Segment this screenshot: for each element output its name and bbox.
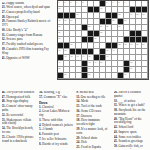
grid-cell[interactable] [124,55,129,60]
black-square [106,13,111,18]
grid-cell[interactable]: 28 [100,31,105,36]
black-square [82,73,87,78]
grid-cell[interactable] [64,61,69,66]
cell-number: 50 [100,61,102,63]
cell-number: 34 [130,43,132,45]
clue-number: 19. [76,127,81,131]
clue-column-3: 9. Media deal11. One needing to file14. … [76,91,111,149]
grid-cell[interactable] [112,7,117,12]
grid-cell[interactable] [100,13,105,18]
grid-cell[interactable] [118,61,123,66]
cell-number: 21 [124,19,126,21]
clue-item: 40. "Big Heart" of the wrestling ring [114,118,149,126]
clue-number: 23. [2,5,7,9]
clue-column-1: 46. 100-year-old wonders47. Homogenized … [2,91,37,149]
black-square [112,13,117,18]
grid-cell[interactable] [94,13,99,18]
grid-cell[interactable] [112,25,117,30]
grid-cell[interactable] [118,37,123,42]
clue-item: 8. Hairdo of icy winds [39,143,74,147]
grid-cell[interactable] [64,67,69,72]
cell-number: 26 [118,25,120,27]
clue-item: 55. Classic 1950s picture found in a dat… [2,136,37,144]
grid-cell[interactable] [94,25,99,30]
grid-cell[interactable] [130,49,135,54]
grid-cell[interactable]: 53 [88,67,93,72]
grid-cell[interactable]: 45 [88,55,93,60]
grid-cell[interactable] [124,25,129,30]
grid-cell[interactable] [76,31,81,36]
clue-number: 7. [39,137,42,141]
grid-cell[interactable] [94,43,99,48]
cell-number: 24 [100,25,102,27]
black-square [88,31,93,36]
grid-cell[interactable] [130,55,135,60]
black-square [88,7,93,12]
cell-number: 32 [118,43,120,45]
cell-number: 42 [70,55,72,57]
grid-cell[interactable]: 17 [58,19,63,24]
grid-cell[interactable] [112,67,117,72]
cell-number: 28 [100,31,102,33]
clue-number: 47. [2,95,7,99]
cell-number: 7 [112,1,113,3]
grid-cell[interactable] [82,7,87,12]
grid-cell[interactable] [76,37,81,42]
grid-cell[interactable] [106,73,111,78]
grid-cell[interactable] [88,1,93,6]
clue-number: 3. [39,118,42,122]
grid-cell[interactable]: 15 [136,13,141,18]
grid-cell[interactable] [76,67,81,72]
clue-number: 41. [2,56,7,60]
clue-number: 44. [114,135,119,139]
grid-cell[interactable]: 30 [94,37,99,42]
grid-cell[interactable] [130,25,135,30]
clue-item: 39. Canada's 1993 film featuring Fay Wra… [2,48,54,56]
clue-number: 1. [39,105,42,109]
grid-cell[interactable]: 37 [58,49,63,54]
grid-cell[interactable] [124,13,129,18]
clue-column-2: 56. Retiring, e.g.57. Common "X" clueDow… [39,91,74,149]
grid-cell[interactable]: 43 [76,55,81,60]
clue-number: 42. [114,125,119,129]
grid-cell[interactable]: 51 [130,61,135,66]
grid-cell[interactable] [82,31,87,36]
black-square [100,49,105,54]
black-square [124,67,129,72]
black-square [142,7,147,12]
clue-number: 35. [114,103,119,107]
grid-cell[interactable] [142,55,147,60]
black-square [136,37,141,42]
black-square [58,73,63,78]
black-square [64,43,69,48]
grid-cell[interactable] [76,19,81,24]
cell-number: 30 [94,37,96,39]
cell-number: 45 [88,55,90,57]
cell-number: 19 [70,19,72,21]
cell-number: 11 [100,7,102,9]
grid-cell[interactable]: 41 [64,55,69,60]
cell-number: 39 [106,49,108,51]
grid-cell[interactable] [70,73,75,78]
grid-cell[interactable]: 23 [88,25,93,30]
clue-item: 41. Opposite of WSW [2,57,54,61]
clue-number: 43. [114,130,119,134]
clue-number: 40. [114,117,119,121]
grid-cell[interactable] [124,49,129,54]
grid-cell[interactable] [130,19,135,24]
clue-item: 2. Great Lakes Midwest city [39,110,74,118]
cell-number: 37 [58,49,60,51]
grid-cell[interactable] [118,31,123,36]
grid-cell[interactable]: 32 [118,43,123,48]
black-square [130,7,135,12]
grid-cell[interactable] [106,7,111,12]
grid-cell[interactable] [76,7,81,12]
clue-number: 53. [2,118,7,122]
black-square [58,13,63,18]
cell-number: 55 [64,73,66,75]
clue-number: 57. [39,95,44,99]
grid-cell[interactable] [118,67,123,72]
clue-number: 5. [39,127,42,131]
clue-number: 27. [2,10,7,14]
grid-cell[interactable]: 13 [118,13,123,18]
grid-cell[interactable] [142,73,147,78]
black-square [64,13,69,18]
cell-number: 22 [58,25,60,27]
black-square [124,37,129,42]
grid-cell[interactable] [124,31,129,36]
black-square [70,49,75,54]
grid-cell[interactable] [64,25,69,30]
clue-item: 38. Storybook life on the mountain [114,109,149,117]
black-square [82,61,87,66]
cell-number: 56 [88,73,90,75]
grid-cell[interactable]: 20 [112,19,117,24]
grid-cell[interactable]: 40 [112,49,117,54]
black-square [88,49,93,54]
grid-cell[interactable] [112,61,117,66]
grid-cell[interactable] [106,67,111,72]
grid-cell[interactable] [136,1,141,6]
grid-cell[interactable]: 54 [130,67,135,72]
clue-number: 56. [39,91,44,94]
cell-number: 14 [130,13,132,15]
grid-cell[interactable]: 26 [118,25,123,30]
grid-cell[interactable]: 27 [58,31,63,36]
cell-number: 25 [106,25,108,27]
grid-cell[interactable]: 3 [70,1,75,6]
grid-cell[interactable] [118,55,123,60]
clue-number: 29. [2,19,7,23]
cell-number: 51 [130,61,132,63]
cell-number: 13 [118,13,120,15]
grid-cell[interactable]: 44 [82,55,87,60]
clue-number: 33. [114,99,119,103]
cell-number: 10 [58,7,60,9]
grid-cell[interactable] [82,43,87,48]
grid-cell[interactable]: 52 [58,67,63,72]
grid-cell[interactable]: 18 [64,19,69,24]
grid-cell[interactable]: 56 [88,73,93,78]
black-square [94,7,99,12]
grid-cell[interactable] [142,61,147,66]
grid-cell[interactable] [64,31,69,36]
grid-cell[interactable]: 9 [124,1,129,6]
clue-item: 53. Shakespeare villain with clarity [2,119,37,127]
clue-number: 8. [39,142,42,146]
grid-cell[interactable] [142,1,147,6]
clue-number: 15. [76,104,81,108]
cell-number: 1 [58,1,59,3]
black-square [100,19,105,24]
grid-cell[interactable]: 8 [118,1,123,6]
grid-cell[interactable]: 47 [58,61,63,66]
grid-cell[interactable] [82,19,87,24]
grid-cell[interactable] [94,49,99,54]
clue-number: 11. [76,95,81,99]
grid-cell[interactable] [136,61,141,66]
grid-cell[interactable] [94,19,99,24]
black-square [130,31,135,36]
grid-cell[interactable]: 16 [142,13,147,18]
grid-cell[interactable]: 21 [124,19,129,24]
grid-cell[interactable]: 24 [100,25,105,30]
black-square [106,43,111,48]
cell-number: 20 [112,19,114,21]
grid-cell[interactable] [136,49,141,54]
cell-number: 49 [94,61,96,63]
grid-cell[interactable]: 39 [106,49,111,54]
cell-number: 27 [58,31,60,33]
grid-cell[interactable] [100,43,105,48]
clue-number: 25. [76,145,81,149]
black-square [76,49,81,54]
grid-cell[interactable] [88,43,93,48]
black-square [58,43,63,48]
clue-number: 24. [76,140,81,144]
clue-number: 50. [114,144,119,148]
grid-cell[interactable]: 1 [58,1,63,6]
cell-number: 48 [88,61,90,63]
crossword-grid[interactable]: 1234567891011121314151617181920212223242… [57,0,149,80]
cell-number: 44 [82,55,84,57]
grid-cell[interactable] [100,37,105,42]
grid-cell[interactable]: 50 [100,61,105,66]
clue-number: 31. [2,33,7,37]
grid-cell[interactable] [142,31,147,36]
clue-number: 30. [2,28,7,32]
clue-number: 45. [114,139,119,143]
clue-number: 26. [114,91,119,94]
clue-number: 39. [2,47,7,51]
grid-cell[interactable] [70,25,75,30]
black-square [82,49,87,54]
grid-cell[interactable] [118,7,123,12]
clue-number: 54. [2,126,7,130]
grid-cell[interactable] [118,49,123,54]
grid-cell[interactable] [112,37,117,42]
grid-cell[interactable] [64,7,69,12]
grid-cell[interactable]: 19 [70,19,75,24]
grid-cell[interactable] [70,7,75,12]
grid-cell[interactable] [106,37,111,42]
grid-cell[interactable] [136,67,141,72]
grid-cell[interactable]: 14 [130,13,135,18]
grid-cell[interactable] [64,37,69,42]
grid-cell[interactable] [76,25,81,30]
clue-item: 29. Famous Stanley Kubrick movie of 1971 [2,20,54,28]
grid-cell[interactable] [94,73,99,78]
black-square [124,61,129,66]
cell-number: 18 [64,19,66,21]
grid-cell[interactable] [106,61,111,66]
across-clues-left-column: 22. Puppy sounds23. Wool source, when dy… [2,2,54,90]
grid-cell[interactable]: 49 [94,61,99,66]
cell-number: 46 [106,55,108,57]
grid-cell[interactable] [100,67,105,72]
grid-cell[interactable] [124,7,129,12]
grid-cell[interactable]: 29 [58,37,63,42]
cell-number: 35 [136,43,138,45]
cell-number: 54 [130,67,132,69]
clue-number: 55. [2,135,7,139]
grid-cell[interactable] [76,43,81,48]
grid-cell[interactable] [136,19,141,24]
grid-cell[interactable]: 55 [64,73,69,78]
black-square [118,73,123,78]
grid-cell[interactable] [112,73,117,78]
grid-cell[interactable]: 25 [106,25,111,30]
clue-number: 16. [76,109,81,113]
clue-item: 57. Common "X" clue [39,96,74,100]
black-square [70,13,75,18]
cell-number: 52 [58,67,60,69]
grid-cell[interactable]: 42 [70,55,75,60]
cell-number: 43 [76,55,78,57]
clue-number: 22. [2,2,7,5]
grid-cell[interactable] [106,31,111,36]
clue-item: 19. It's a mature look, of sorts [76,128,111,136]
grid-cell[interactable] [142,25,147,30]
grid-cell[interactable] [142,67,147,72]
grid-cell[interactable]: 5 [82,1,87,6]
grid-cell[interactable] [70,61,75,66]
clue-number: 6. [39,132,42,136]
black-square [58,55,63,60]
black-square [136,7,141,12]
grid-cell[interactable]: 46 [106,55,111,60]
clue-number: 17. [76,114,81,118]
grid-cell[interactable]: 33 [124,43,129,48]
cell-number: 31 [70,43,72,45]
cell-number: 23 [88,25,90,27]
black-square [112,43,117,48]
grid-cell[interactable] [100,73,105,78]
clue-number: 28. [2,15,7,19]
grid-cell[interactable]: 12 [76,13,81,18]
clue-number: 52. [2,113,7,117]
grid-cell[interactable]: 11 [100,7,105,12]
cell-number: 15 [136,13,138,15]
cell-number: 5 [82,1,83,3]
grid-cell[interactable] [112,31,117,36]
grid-cell[interactable] [82,13,87,18]
black-square [136,31,141,36]
clue-number: 46. [2,91,7,94]
grid-cell[interactable] [112,55,117,60]
grid-cell[interactable] [142,19,147,24]
grid-cell[interactable] [76,61,81,66]
clue-item: 54. The Brooklyn bench, for one [2,127,37,135]
black-square [88,37,93,42]
black-square [106,19,111,24]
grid-cell[interactable] [136,73,141,78]
cell-number: 8 [118,1,119,3]
cell-number: 4 [76,1,77,3]
grid-cell[interactable] [70,31,75,36]
grid-cell[interactable] [76,73,81,78]
grid-cell[interactable] [88,13,93,18]
cell-number: 16 [142,13,144,15]
grid-cell[interactable]: 10 [58,7,63,12]
grid-cell[interactable]: 31 [70,43,75,48]
grid-cell[interactable]: 36 [142,43,147,48]
grid-cell[interactable]: 38 [64,49,69,54]
cell-number: 3 [70,1,71,3]
grid-cell[interactable] [94,1,99,6]
cell-number: 40 [112,49,114,51]
grid-cell[interactable]: 35 [136,43,141,48]
black-square [100,55,105,60]
clue-number: 18. [76,118,81,122]
black-square [82,25,87,30]
clue-number: 32. [2,37,7,41]
clue-number: 2. [39,109,42,113]
grid-cell[interactable] [142,49,147,54]
clue-number: 4. [39,123,42,127]
cell-number: 12 [76,13,78,15]
grid-cell[interactable]: 2 [64,1,69,6]
grid-cell[interactable]: 7 [112,1,117,6]
clue-item: 51. Comets' often-sunny paths [2,105,37,113]
black-square [94,31,99,36]
grid-cell[interactable] [70,67,75,72]
cell-number: 9 [124,1,125,3]
grid-cell[interactable] [70,37,75,42]
grid-cell[interactable] [130,73,135,78]
grid-cell[interactable]: 22 [58,25,63,30]
grid-cell[interactable] [130,1,135,6]
grid-cell[interactable] [136,25,141,30]
grid-cell[interactable]: 4 [76,1,81,6]
cell-number: 47 [58,61,60,63]
grid-cell[interactable]: 57 [124,73,129,78]
grid-cell[interactable]: 34 [130,43,135,48]
clue-number: 48. [2,99,7,103]
grid-cell[interactable] [136,55,141,60]
clue-number: 20. [76,136,81,140]
black-square [82,37,87,42]
grid-cell[interactable]: 48 [88,61,93,66]
cell-number: 36 [142,43,144,45]
grid-cell[interactable] [94,67,99,72]
grid-cell[interactable]: 6 [106,1,111,6]
grid-cell[interactable] [88,19,93,24]
